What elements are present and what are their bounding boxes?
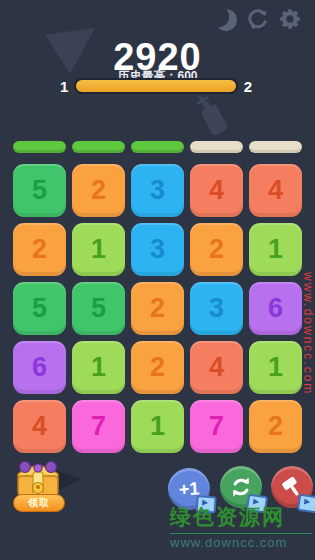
tile-r2c5[interactable]: 1 bbox=[249, 223, 302, 276]
tile-r5c1[interactable]: 4 bbox=[13, 400, 66, 453]
tile-r3c5[interactable]: 6 bbox=[249, 282, 302, 335]
top-bar bbox=[0, 0, 315, 36]
reward-chest-button[interactable]: 领取 bbox=[12, 458, 66, 516]
level-next: 2 bbox=[244, 78, 252, 95]
chest-claim-label: 领取 bbox=[13, 494, 65, 512]
tile-r4c1[interactable]: 6 bbox=[13, 341, 66, 394]
tile-r1c2[interactable]: 2 bbox=[72, 164, 125, 217]
tile-r4c5[interactable]: 1 bbox=[249, 341, 302, 394]
watermark-site-name: 绿色资源网 bbox=[170, 503, 312, 531]
restart-icon[interactable] bbox=[245, 7, 270, 32]
tile-r1c5[interactable]: 4 bbox=[249, 164, 302, 217]
level-current: 1 bbox=[60, 78, 68, 95]
level-progress: 1 2 bbox=[60, 77, 252, 95]
shuffle-booster-button[interactable] bbox=[220, 466, 262, 508]
tile-r3c4[interactable]: 3 bbox=[190, 282, 243, 335]
column-indicators bbox=[13, 141, 302, 153]
tile-r3c1[interactable]: 5 bbox=[13, 282, 66, 335]
level-progress-fill bbox=[76, 80, 235, 92]
tile-r3c2[interactable]: 5 bbox=[72, 282, 125, 335]
watermark-site-url: www.downcc.com bbox=[170, 535, 312, 550]
tile-r5c3[interactable]: 1 bbox=[131, 400, 184, 453]
tile-r4c4[interactable]: 4 bbox=[190, 341, 243, 394]
game-screen: × 2920 历史最高：600 1 2 52344213215523661241… bbox=[0, 0, 315, 560]
moon-icon[interactable] bbox=[213, 7, 239, 33]
watermark-vertical-url: www.downcc.com bbox=[301, 272, 315, 437]
tile-r4c2[interactable]: 1 bbox=[72, 341, 125, 394]
tile-r5c2[interactable]: 7 bbox=[72, 400, 125, 453]
tile-r1c4[interactable]: 4 bbox=[190, 164, 243, 217]
tile-r1c3[interactable]: 3 bbox=[131, 164, 184, 217]
tile-r3c3[interactable]: 2 bbox=[131, 282, 184, 335]
tile-r2c3[interactable]: 3 bbox=[131, 223, 184, 276]
background-bottle-decoration bbox=[200, 104, 228, 137]
column-indicator-4 bbox=[190, 141, 243, 153]
tile-r5c4[interactable]: 7 bbox=[190, 400, 243, 453]
tile-r4c3[interactable]: 2 bbox=[131, 341, 184, 394]
tile-r1c1[interactable]: 5 bbox=[13, 164, 66, 217]
gear-icon[interactable] bbox=[277, 6, 303, 32]
tile-r5c5[interactable]: 2 bbox=[249, 400, 302, 453]
watermark-bottom: 绿色资源网 www.downcc.com bbox=[170, 503, 312, 550]
column-indicator-5 bbox=[249, 141, 302, 153]
board-grid: 5234421321552366124147172 bbox=[13, 164, 302, 453]
watermark-divider bbox=[170, 533, 312, 534]
column-indicator-3 bbox=[131, 141, 184, 153]
column-indicator-1 bbox=[13, 141, 66, 153]
tile-r2c4[interactable]: 2 bbox=[190, 223, 243, 276]
tile-r2c2[interactable]: 1 bbox=[72, 223, 125, 276]
level-progress-track bbox=[76, 80, 235, 92]
column-indicator-2 bbox=[72, 141, 125, 153]
hammer-booster-button[interactable] bbox=[271, 466, 313, 508]
tile-r2c1[interactable]: 2 bbox=[13, 223, 66, 276]
